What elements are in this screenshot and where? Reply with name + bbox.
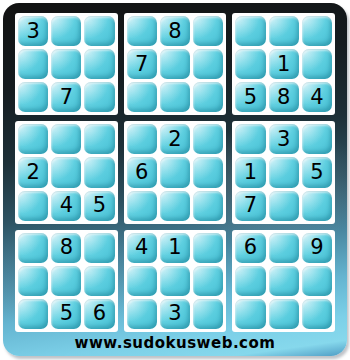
cell-r2c5[interactable] [160, 49, 190, 79]
cell-r8c3[interactable] [84, 266, 114, 296]
cell-r3c9-given: 4 [302, 82, 332, 112]
cell-r2c8-given: 1 [269, 49, 299, 79]
cell-r3c2-given: 7 [51, 82, 81, 112]
cell-r1c7[interactable] [235, 16, 265, 46]
cell-r9c2-given: 5 [51, 299, 81, 329]
cell-r7c7-given: 6 [235, 233, 265, 263]
cell-r8c6[interactable] [193, 266, 223, 296]
cell-r4c1[interactable] [18, 124, 48, 154]
cell-r6c6[interactable] [193, 191, 223, 221]
cell-r5c2[interactable] [51, 157, 81, 187]
box-0-2: 1584 [232, 13, 335, 115]
cell-r3c1[interactable] [18, 82, 48, 112]
cell-r8c2[interactable] [51, 266, 81, 296]
cell-r6c4[interactable] [127, 191, 157, 221]
cell-r2c6[interactable] [193, 49, 223, 79]
cell-r9c9[interactable] [302, 299, 332, 329]
cell-r9c7[interactable] [235, 299, 265, 329]
cell-r5c5[interactable] [160, 157, 190, 187]
cell-r4c4[interactable] [127, 124, 157, 154]
cell-r6c5[interactable] [160, 191, 190, 221]
cell-r7c3[interactable] [84, 233, 114, 263]
sudoku-grid: 3787158424526315785641369 [15, 13, 335, 332]
cell-r8c9[interactable] [302, 266, 332, 296]
cell-r7c8[interactable] [269, 233, 299, 263]
cell-r9c4[interactable] [127, 299, 157, 329]
cell-r2c9[interactable] [302, 49, 332, 79]
cell-r4c8-given: 3 [269, 124, 299, 154]
sudoku-board-frame: 3787158424526315785641369 www.sudokusweb… [3, 3, 347, 356]
cell-r1c2[interactable] [51, 16, 81, 46]
cell-r9c5-given: 3 [160, 299, 190, 329]
cell-r1c1-given: 3 [18, 16, 48, 46]
cell-r6c2-given: 4 [51, 191, 81, 221]
cell-r5c1-given: 2 [18, 157, 48, 187]
cell-r5c6[interactable] [193, 157, 223, 187]
box-1-0: 245 [15, 121, 118, 223]
cell-r7c2-given: 8 [51, 233, 81, 263]
cell-r4c5-given: 2 [160, 124, 190, 154]
cell-r4c2[interactable] [51, 124, 81, 154]
cell-r2c4-given: 7 [127, 49, 157, 79]
cell-r7c6[interactable] [193, 233, 223, 263]
box-1-1: 26 [124, 121, 227, 223]
cell-r1c5-given: 8 [160, 16, 190, 46]
cell-r9c3-given: 6 [84, 299, 114, 329]
cell-r8c7[interactable] [235, 266, 265, 296]
site-link[interactable]: www.sudokusweb.com [3, 333, 347, 353]
box-1-2: 3157 [232, 121, 335, 223]
cell-r5c8[interactable] [269, 157, 299, 187]
cell-r3c6[interactable] [193, 82, 223, 112]
box-2-2: 69 [232, 230, 335, 332]
cell-r9c1[interactable] [18, 299, 48, 329]
cell-r3c8-given: 8 [269, 82, 299, 112]
box-2-0: 856 [15, 230, 118, 332]
cell-r1c3[interactable] [84, 16, 114, 46]
cell-r6c9[interactable] [302, 191, 332, 221]
cell-r9c6[interactable] [193, 299, 223, 329]
cell-r3c5[interactable] [160, 82, 190, 112]
cell-r7c5-given: 1 [160, 233, 190, 263]
cell-r7c4-given: 4 [127, 233, 157, 263]
cell-r7c1[interactable] [18, 233, 48, 263]
box-2-1: 413 [124, 230, 227, 332]
cell-r6c1[interactable] [18, 191, 48, 221]
cell-r1c9[interactable] [302, 16, 332, 46]
cell-r8c4[interactable] [127, 266, 157, 296]
cell-r1c4[interactable] [127, 16, 157, 46]
cell-r5c7-given: 1 [235, 157, 265, 187]
cell-r2c1[interactable] [18, 49, 48, 79]
box-0-1: 87 [124, 13, 227, 115]
box-0-0: 37 [15, 13, 118, 115]
cell-r4c3[interactable] [84, 124, 114, 154]
sudoku-page: 3787158424526315785641369 www.sudokusweb… [0, 0, 350, 360]
cell-r9c8[interactable] [269, 299, 299, 329]
cell-r8c8[interactable] [269, 266, 299, 296]
cell-r8c5[interactable] [160, 266, 190, 296]
cell-r2c7[interactable] [235, 49, 265, 79]
cell-r4c9[interactable] [302, 124, 332, 154]
cell-r6c3-given: 5 [84, 191, 114, 221]
cell-r6c7-given: 7 [235, 191, 265, 221]
cell-r4c6[interactable] [193, 124, 223, 154]
cell-r3c3[interactable] [84, 82, 114, 112]
cell-r6c8[interactable] [269, 191, 299, 221]
cell-r1c6[interactable] [193, 16, 223, 46]
cell-r3c4[interactable] [127, 82, 157, 112]
cell-r5c3[interactable] [84, 157, 114, 187]
cell-r1c8[interactable] [269, 16, 299, 46]
cell-r4c7[interactable] [235, 124, 265, 154]
cell-r2c2[interactable] [51, 49, 81, 79]
cell-r8c1[interactable] [18, 266, 48, 296]
cell-r5c4-given: 6 [127, 157, 157, 187]
cell-r2c3[interactable] [84, 49, 114, 79]
cell-r3c7-given: 5 [235, 82, 265, 112]
cell-r5c9-given: 5 [302, 157, 332, 187]
cell-r7c9-given: 9 [302, 233, 332, 263]
